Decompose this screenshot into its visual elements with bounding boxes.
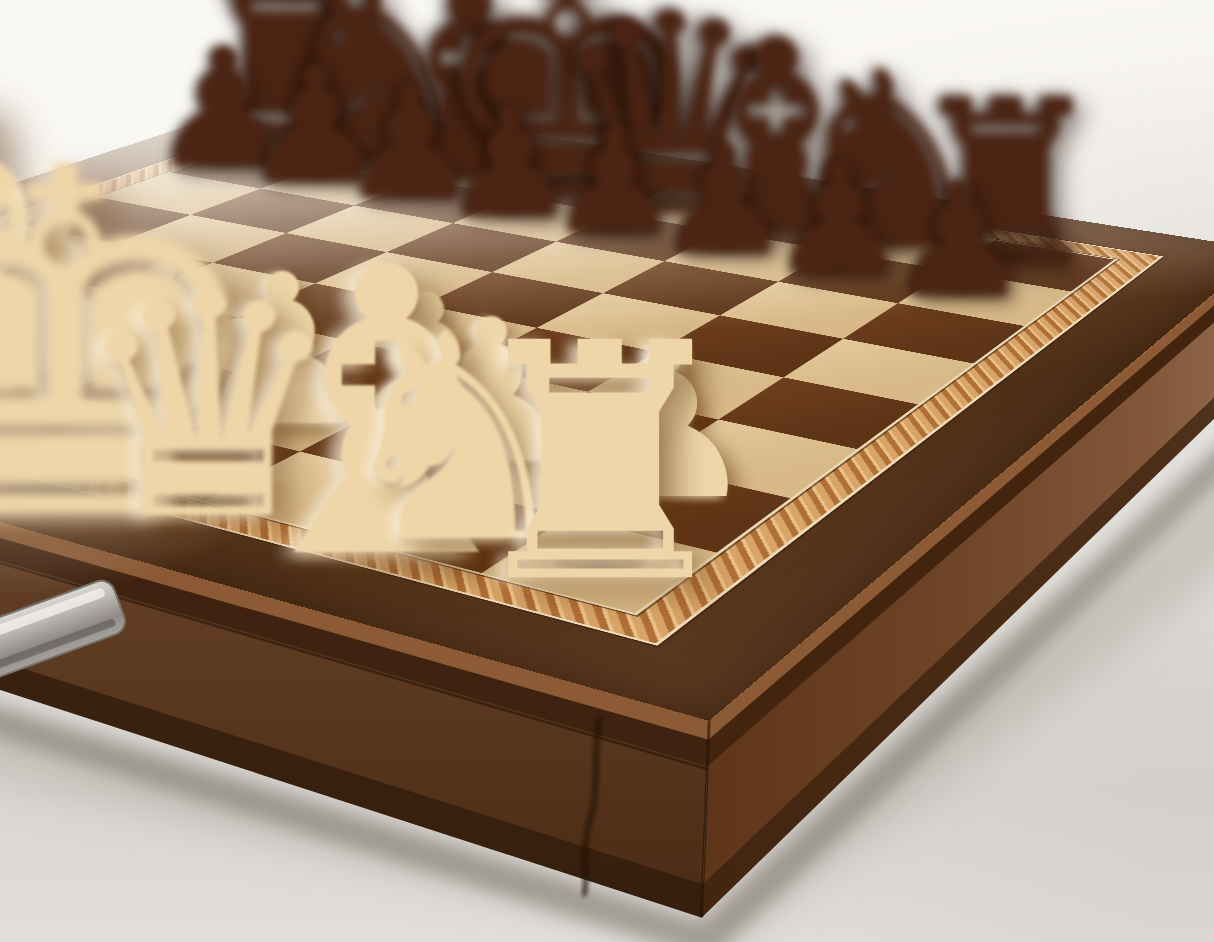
pieces-layer: ♜♞♝♛♚♝♟♟♟♟♟♟♟♟♟♟♟♟♟♟♟♜♞♝♛♚♝♞♜ (0, 0, 1214, 942)
chess-set-photo: ♜♞♝♛♚♝♟♟♟♟♟♟♟♟♟♟♟♟♟♟♟♜♞♝♛♚♝♞♜ (0, 0, 1214, 942)
piece-white-rook-a1: ♜ (437, 301, 764, 628)
piece-black-pawn-a7: ♟ (881, 161, 1039, 319)
